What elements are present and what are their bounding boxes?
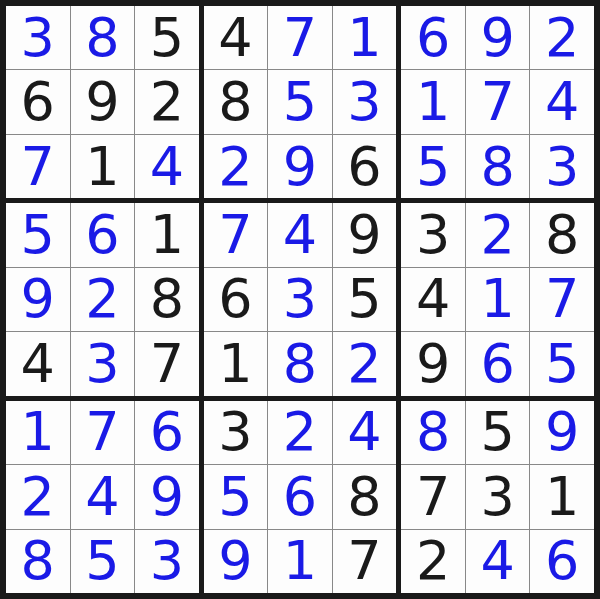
- cell-r3c2[interactable]: 1: [71, 135, 135, 198]
- cell-r7c5[interactable]: 2: [268, 401, 332, 464]
- cell-r2c5[interactable]: 5: [268, 70, 332, 133]
- box-r2c2: 749635182: [204, 203, 397, 395]
- cell-r3c8[interactable]: 8: [466, 135, 530, 198]
- cell-r8c1[interactable]: 2: [6, 465, 70, 528]
- cell-r7c3[interactable]: 6: [135, 401, 199, 464]
- cell-r4c8[interactable]: 2: [466, 203, 530, 266]
- cell-r5c4[interactable]: 6: [204, 268, 268, 331]
- cell-r6c2[interactable]: 3: [71, 332, 135, 395]
- cell-r3c6[interactable]: 6: [333, 135, 397, 198]
- cell-r6c9[interactable]: 5: [530, 332, 594, 395]
- cell-r1c3[interactable]: 5: [135, 6, 199, 69]
- cell-r2c9[interactable]: 4: [530, 70, 594, 133]
- sudoku-board: 3856927144718532966921745835619284377496…: [0, 0, 600, 599]
- cell-r2c6[interactable]: 3: [333, 70, 397, 133]
- cell-r2c1[interactable]: 6: [6, 70, 70, 133]
- cell-r7c8[interactable]: 5: [466, 401, 530, 464]
- cell-r9c2[interactable]: 5: [71, 530, 135, 593]
- cell-r7c2[interactable]: 7: [71, 401, 135, 464]
- cell-r1c2[interactable]: 8: [71, 6, 135, 69]
- cell-r8c9[interactable]: 1: [530, 465, 594, 528]
- cell-r1c6[interactable]: 1: [333, 6, 397, 69]
- cell-r3c3[interactable]: 4: [135, 135, 199, 198]
- box-r3c3: 859731246: [401, 401, 594, 593]
- cell-r2c7[interactable]: 1: [401, 70, 465, 133]
- cell-r7c4[interactable]: 3: [204, 401, 268, 464]
- box-r1c3: 692174583: [401, 6, 594, 198]
- cell-r1c1[interactable]: 3: [6, 6, 70, 69]
- cell-r9c4[interactable]: 9: [204, 530, 268, 593]
- box-r2c1: 561928437: [6, 203, 199, 395]
- cell-r5c3[interactable]: 8: [135, 268, 199, 331]
- cell-r9c8[interactable]: 4: [466, 530, 530, 593]
- cell-r8c4[interactable]: 5: [204, 465, 268, 528]
- cell-r8c3[interactable]: 9: [135, 465, 199, 528]
- cell-r7c7[interactable]: 8: [401, 401, 465, 464]
- cell-r8c6[interactable]: 8: [333, 465, 397, 528]
- cell-r9c1[interactable]: 8: [6, 530, 70, 593]
- cell-r7c6[interactable]: 4: [333, 401, 397, 464]
- cell-r1c5[interactable]: 7: [268, 6, 332, 69]
- cell-r4c9[interactable]: 8: [530, 203, 594, 266]
- cell-r6c8[interactable]: 6: [466, 332, 530, 395]
- cell-r5c2[interactable]: 2: [71, 268, 135, 331]
- cell-r1c9[interactable]: 2: [530, 6, 594, 69]
- cell-r2c4[interactable]: 8: [204, 70, 268, 133]
- cell-r1c8[interactable]: 9: [466, 6, 530, 69]
- cell-r8c5[interactable]: 6: [268, 465, 332, 528]
- box-r1c1: 385692714: [6, 6, 199, 198]
- cell-r6c1[interactable]: 4: [6, 332, 70, 395]
- cell-r5c6[interactable]: 5: [333, 268, 397, 331]
- cell-r7c9[interactable]: 9: [530, 401, 594, 464]
- cell-r4c2[interactable]: 6: [71, 203, 135, 266]
- cell-r5c5[interactable]: 3: [268, 268, 332, 331]
- cell-r3c1[interactable]: 7: [6, 135, 70, 198]
- cell-r6c4[interactable]: 1: [204, 332, 268, 395]
- cell-r9c5[interactable]: 1: [268, 530, 332, 593]
- cell-r4c3[interactable]: 1: [135, 203, 199, 266]
- cell-r6c5[interactable]: 8: [268, 332, 332, 395]
- cell-r7c1[interactable]: 1: [6, 401, 70, 464]
- cell-r4c1[interactable]: 5: [6, 203, 70, 266]
- box-r2c3: 328417965: [401, 203, 594, 395]
- box-r3c1: 176249853: [6, 401, 199, 593]
- cell-r2c8[interactable]: 7: [466, 70, 530, 133]
- cell-r2c3[interactable]: 2: [135, 70, 199, 133]
- box-r3c2: 324568917: [204, 401, 397, 593]
- cell-r2c2[interactable]: 9: [71, 70, 135, 133]
- cell-r9c9[interactable]: 6: [530, 530, 594, 593]
- cell-r4c6[interactable]: 9: [333, 203, 397, 266]
- box-r1c2: 471853296: [204, 6, 397, 198]
- cell-r8c2[interactable]: 4: [71, 465, 135, 528]
- cell-r5c7[interactable]: 4: [401, 268, 465, 331]
- cell-r9c7[interactable]: 2: [401, 530, 465, 593]
- cell-r6c3[interactable]: 7: [135, 332, 199, 395]
- cell-r8c7[interactable]: 7: [401, 465, 465, 528]
- cell-r1c4[interactable]: 4: [204, 6, 268, 69]
- cell-r4c7[interactable]: 3: [401, 203, 465, 266]
- cell-r4c4[interactable]: 7: [204, 203, 268, 266]
- cell-r5c9[interactable]: 7: [530, 268, 594, 331]
- cell-r6c6[interactable]: 2: [333, 332, 397, 395]
- cell-r8c8[interactable]: 3: [466, 465, 530, 528]
- cell-r3c9[interactable]: 3: [530, 135, 594, 198]
- cell-r5c1[interactable]: 9: [6, 268, 70, 331]
- cell-r3c4[interactable]: 2: [204, 135, 268, 198]
- cell-r9c3[interactable]: 3: [135, 530, 199, 593]
- cell-r1c7[interactable]: 6: [401, 6, 465, 69]
- cell-r3c7[interactable]: 5: [401, 135, 465, 198]
- cell-r4c5[interactable]: 4: [268, 203, 332, 266]
- cell-r5c8[interactable]: 1: [466, 268, 530, 331]
- cell-r3c5[interactable]: 9: [268, 135, 332, 198]
- cell-r6c7[interactable]: 9: [401, 332, 465, 395]
- cell-r9c6[interactable]: 7: [333, 530, 397, 593]
